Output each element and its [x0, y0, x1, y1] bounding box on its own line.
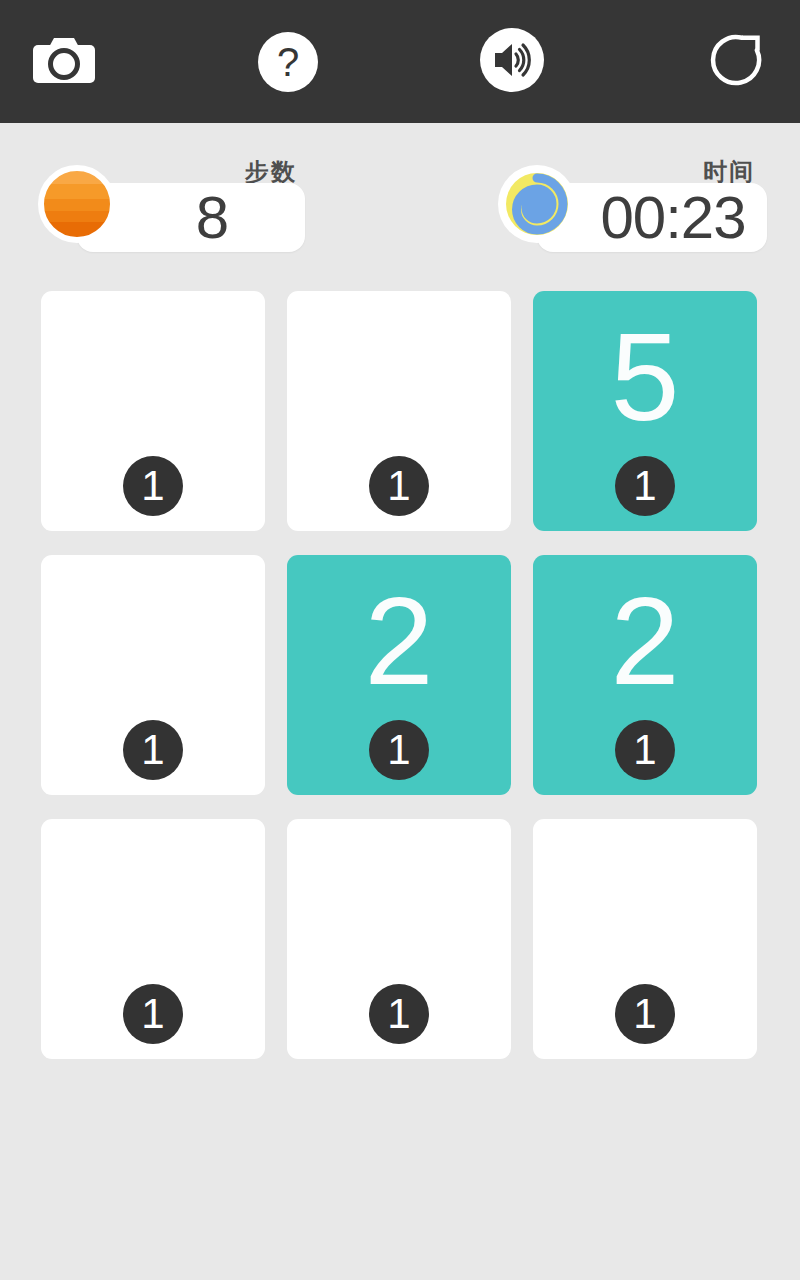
steps-value: 8 — [154, 183, 228, 252]
question-icon: ? — [258, 32, 318, 92]
tile-r3c1[interactable]: 1 — [41, 819, 265, 1059]
tile-value — [287, 291, 511, 463]
tile-r1c1[interactable]: 1 — [41, 291, 265, 531]
tile-move-badge: 1 — [615, 720, 675, 780]
time-swirl-icon — [498, 165, 576, 243]
steps-panel: 步数 8 — [38, 156, 305, 252]
help-button[interactable]: ? — [256, 30, 320, 94]
top-bar: ? — [0, 0, 800, 123]
tile-move-badge: 1 — [123, 984, 183, 1044]
tile-value — [41, 555, 265, 727]
tile-value: 5 — [533, 291, 757, 463]
tile-r2c3[interactable]: 21 — [533, 555, 757, 795]
camera-button[interactable] — [32, 30, 96, 94]
app-screen: ? 步数 8 — [0, 0, 800, 1280]
tile-move-badge: 1 — [123, 456, 183, 516]
steps-sun-icon — [38, 165, 116, 243]
tile-value — [41, 819, 265, 991]
camera-icon — [33, 37, 95, 86]
tile-value: 2 — [287, 555, 511, 727]
tile-move-badge: 1 — [615, 984, 675, 1044]
restart-icon — [707, 29, 765, 94]
tile-r2c2[interactable]: 21 — [287, 555, 511, 795]
tile-value: 2 — [533, 555, 757, 727]
sound-button[interactable] — [480, 30, 544, 94]
tile-move-badge: 1 — [369, 456, 429, 516]
tile-move-badge: 1 — [615, 456, 675, 516]
tile-r1c2[interactable]: 1 — [287, 291, 511, 531]
tile-move-badge: 1 — [369, 720, 429, 780]
puzzle-board: 115112121111 — [41, 291, 757, 1059]
time-panel: 时间 00:23 — [498, 156, 767, 252]
tile-value — [287, 819, 511, 991]
tile-value — [41, 291, 265, 463]
tile-value — [533, 819, 757, 991]
tile-r2c1[interactable]: 1 — [41, 555, 265, 795]
tile-r3c3[interactable]: 1 — [533, 819, 757, 1059]
restart-button[interactable] — [704, 30, 768, 94]
tile-r3c2[interactable]: 1 — [287, 819, 511, 1059]
tile-move-badge: 1 — [369, 984, 429, 1044]
tile-move-badge: 1 — [123, 720, 183, 780]
speaker-icon — [480, 28, 544, 95]
time-value: 00:23 — [558, 183, 745, 252]
tile-r1c3[interactable]: 51 — [533, 291, 757, 531]
